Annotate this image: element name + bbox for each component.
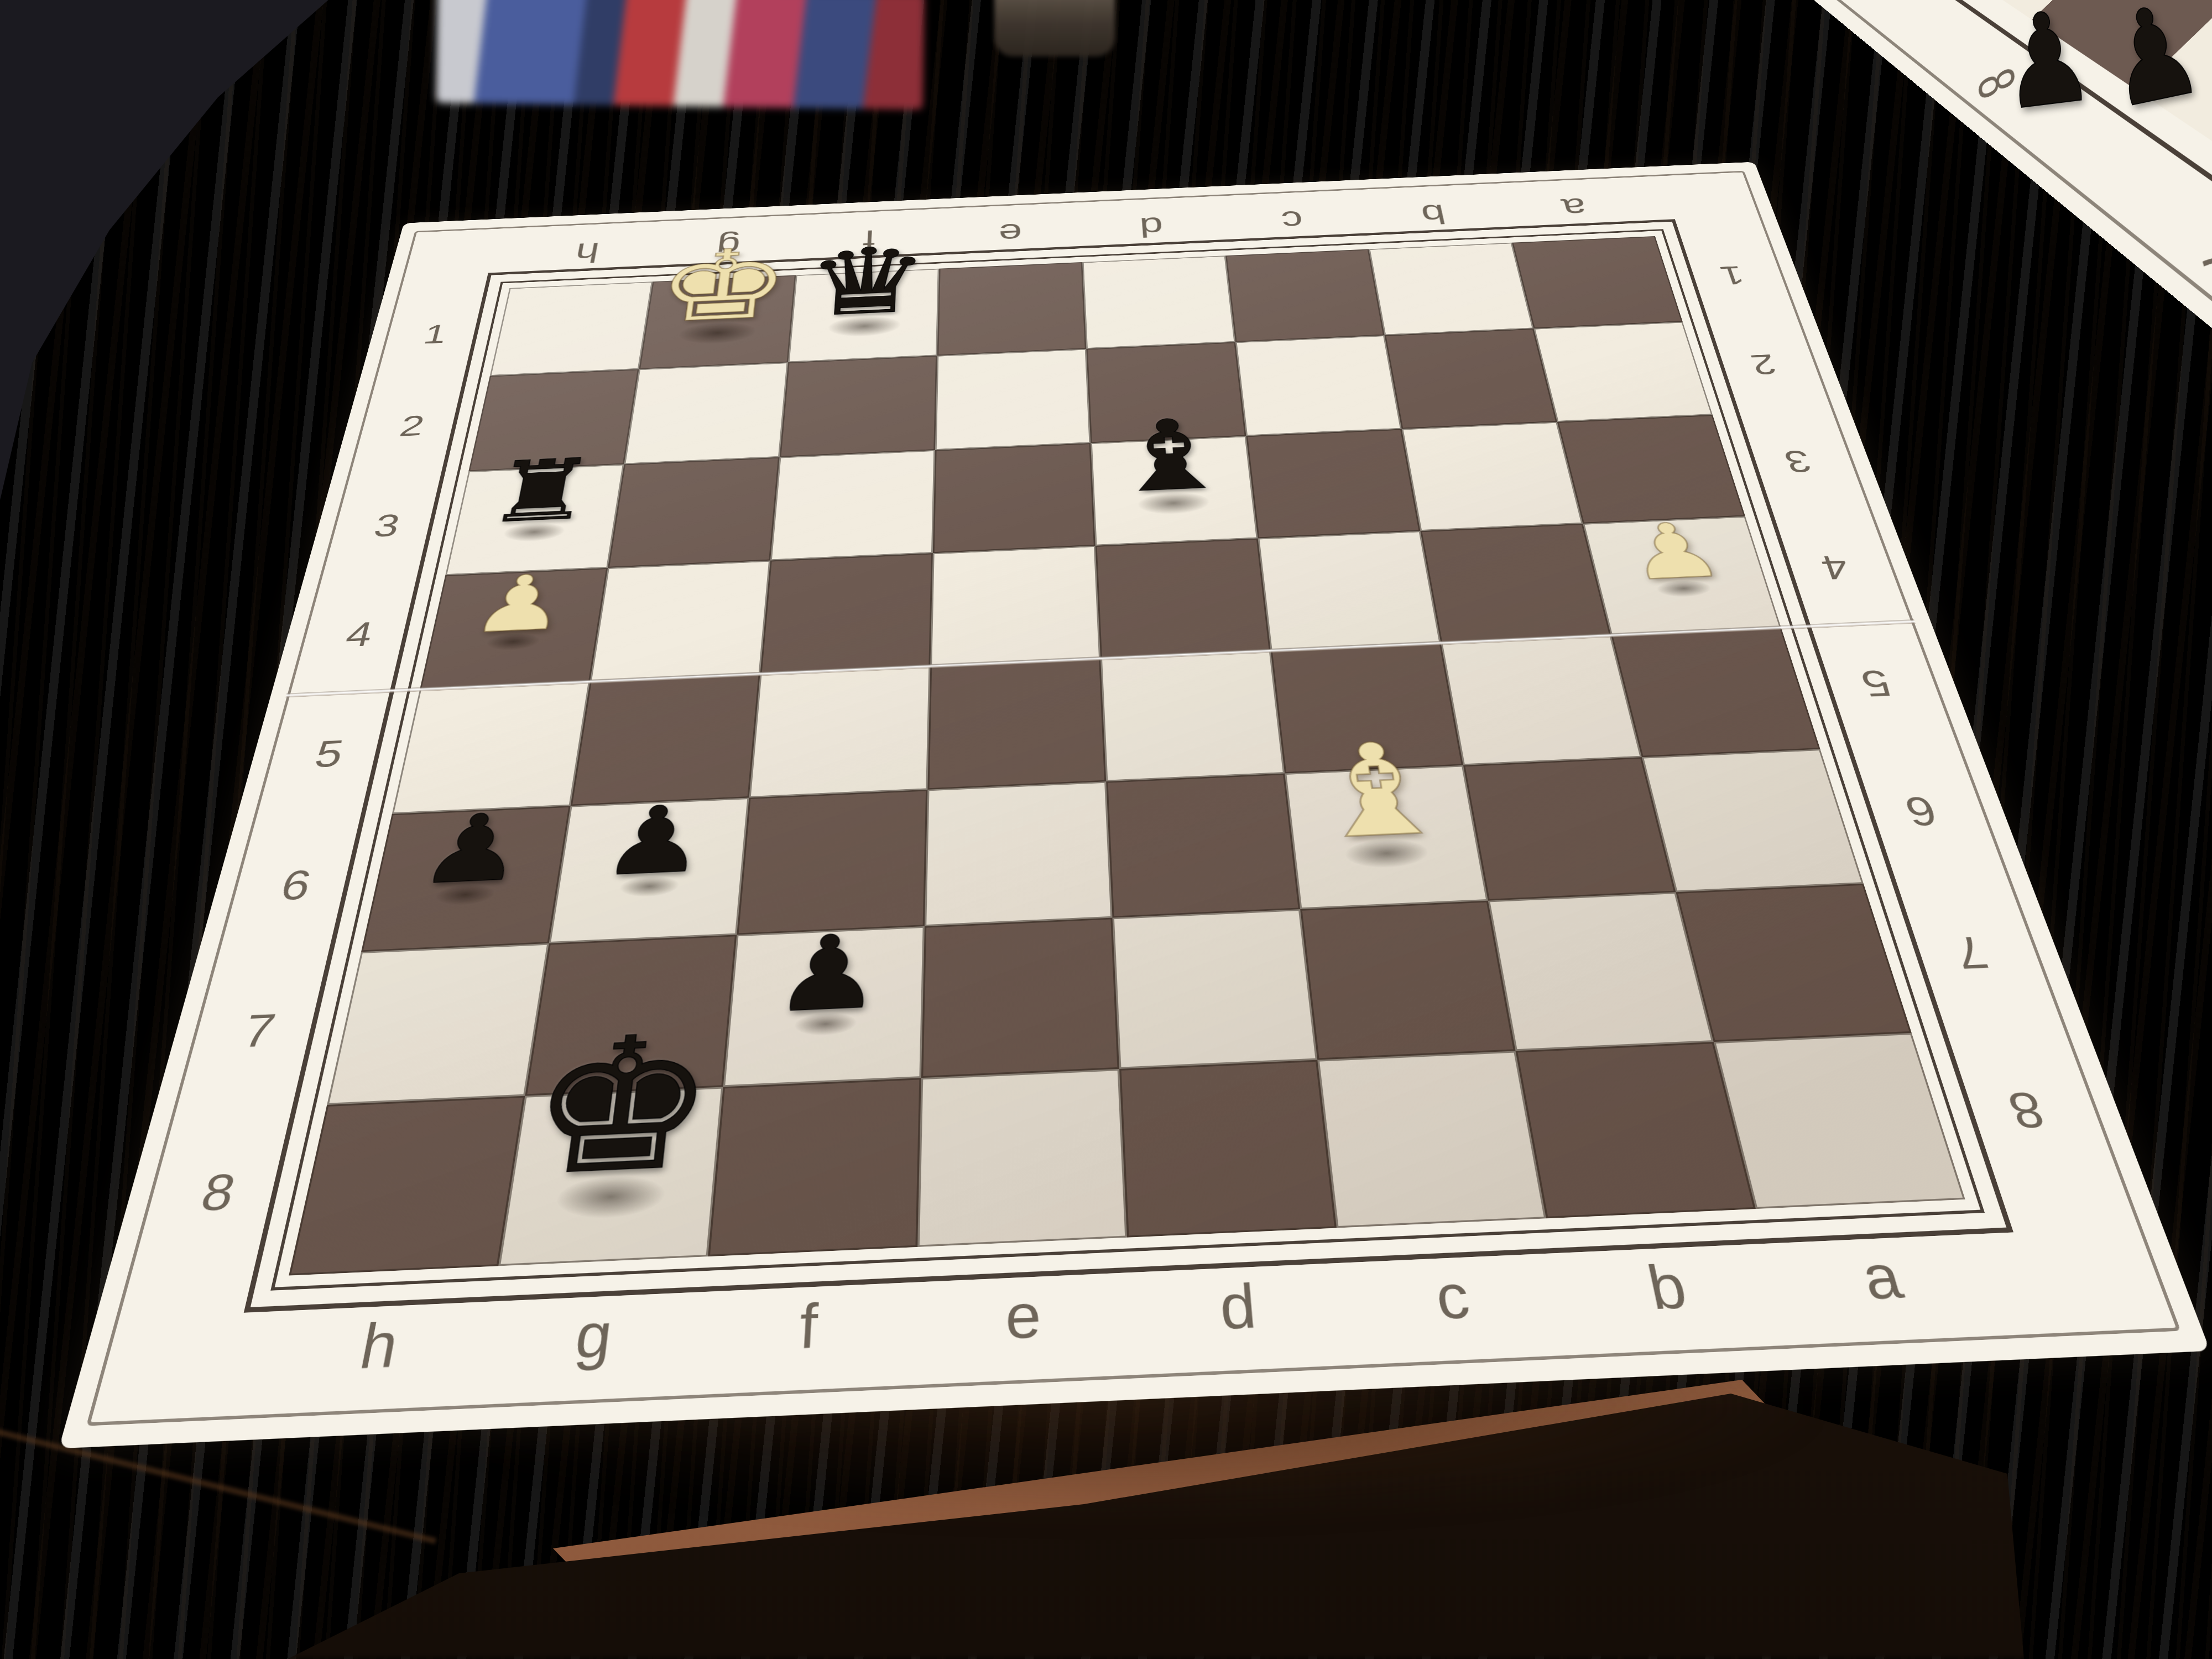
- piece-black-queen-f1: ♛: [786, 240, 945, 328]
- square-e6: [925, 781, 1113, 926]
- square-d5: [1100, 650, 1285, 781]
- square-d7: [1113, 909, 1318, 1069]
- square-h6: [361, 806, 571, 952]
- square-g3: [608, 457, 780, 568]
- square-g6: [549, 798, 749, 943]
- pawn-glyph: ♟: [1618, 514, 1731, 590]
- piece-black-rook-h3: ♜: [469, 453, 612, 534]
- king-glyph: ♚: [649, 237, 794, 335]
- square-c1: [1225, 249, 1385, 342]
- square-a3: [1557, 415, 1745, 524]
- rook-glyph: ♜: [481, 450, 601, 534]
- square-c6: [1285, 765, 1488, 909]
- square-f5: [749, 666, 931, 798]
- square-h5: [392, 681, 590, 814]
- square-e3: [933, 443, 1095, 553]
- main-board-scene: hgfedcbahgfedcba1234567812345678 ♚♛♜♝♟♟♝…: [0, 0, 2212, 1659]
- square-h8: [289, 1096, 525, 1276]
- square-g5: [571, 674, 760, 806]
- square-b5: [1441, 635, 1641, 765]
- square-f4: [760, 553, 933, 674]
- piece-white-pawn-h4: ♟: [456, 569, 582, 643]
- file-label-top-d: d: [1139, 211, 1165, 243]
- square-f6: [737, 790, 927, 935]
- square-b6: [1463, 757, 1676, 900]
- piece-black-bishop-d3: ♝: [1092, 412, 1251, 505]
- square-e5: [927, 658, 1106, 790]
- pawn-glyph: ♟: [466, 566, 573, 643]
- square-f3: [770, 450, 935, 561]
- square-e7: [921, 918, 1119, 1078]
- chessboard: hgfedcbahgfedcba1234567812345678 ♚♛♜♝♟♟♝…: [59, 162, 2210, 1449]
- square-g8: [498, 1087, 723, 1266]
- square-d1: [1082, 255, 1235, 349]
- square-c7: [1300, 901, 1515, 1060]
- bishop-glyph: ♝: [1105, 408, 1237, 505]
- piece-white-pawn-a4: ♟: [1608, 518, 1741, 590]
- square-b3: [1402, 422, 1583, 531]
- file-label-top-e: e: [999, 218, 1022, 249]
- queen-glyph: ♛: [800, 236, 931, 328]
- piece-white-king-g1: ♚: [634, 242, 808, 336]
- square-c3: [1246, 429, 1420, 539]
- photo-of-chess-position: 876543 ♟♟ hgfedcbahgfedcba12345678123456…: [0, 0, 2212, 1659]
- square-e2: [935, 349, 1091, 450]
- square-d6: [1106, 774, 1300, 918]
